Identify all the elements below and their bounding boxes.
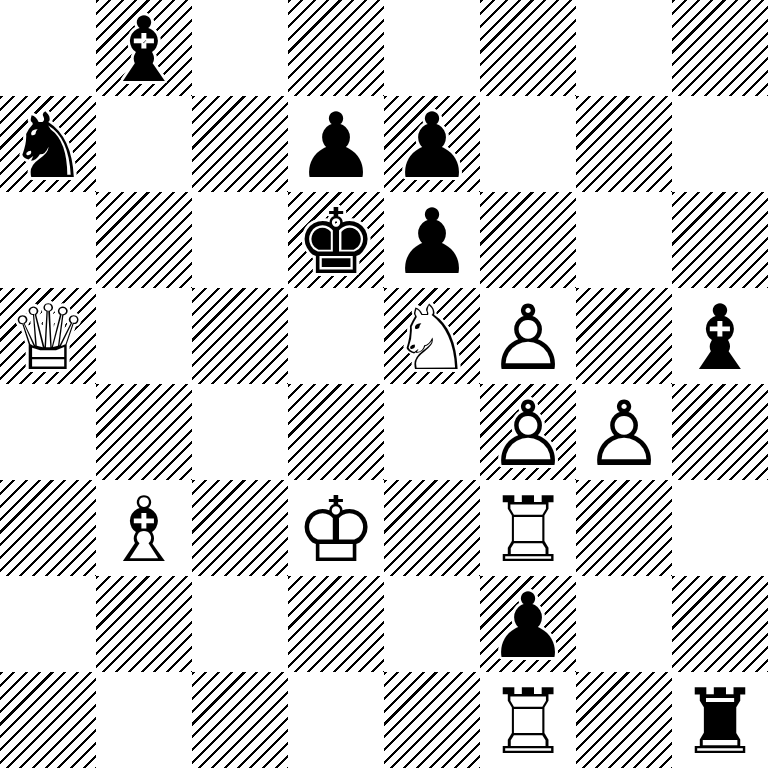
square-g7[interactable] bbox=[576, 96, 672, 192]
black-king-glyph-icon: ♚ bbox=[288, 192, 384, 288]
piece-white-pawn-f5[interactable]: ♟♙ bbox=[480, 288, 576, 384]
square-e1[interactable] bbox=[384, 672, 480, 768]
square-a2[interactable] bbox=[0, 576, 96, 672]
black-knight-glyph-icon: ♞ bbox=[0, 96, 96, 192]
piece-black-pawn-e7[interactable]: ♟♟ bbox=[384, 96, 480, 192]
piece-white-knight-e5[interactable]: ♞♘ bbox=[384, 288, 480, 384]
piece-white-bishop-b3[interactable]: ♝♗ bbox=[96, 480, 192, 576]
square-a4[interactable] bbox=[0, 384, 96, 480]
white-pawn-glyph-icon: ♙ bbox=[480, 384, 576, 480]
square-h4[interactable] bbox=[672, 384, 768, 480]
piece-black-knight-a7[interactable]: ♞♞ bbox=[0, 96, 96, 192]
piece-white-pawn-g4[interactable]: ♟♙ bbox=[576, 384, 672, 480]
black-pawn-glyph-icon: ♟ bbox=[384, 96, 480, 192]
black-bishop-glyph-icon: ♝ bbox=[672, 288, 768, 384]
square-d4[interactable] bbox=[288, 384, 384, 480]
square-g2[interactable] bbox=[576, 576, 672, 672]
black-rook-glyph-icon: ♜ bbox=[672, 672, 768, 768]
piece-black-pawn-f2[interactable]: ♟♟ bbox=[480, 576, 576, 672]
piece-black-pawn-d7[interactable]: ♟♟ bbox=[288, 96, 384, 192]
square-b2[interactable] bbox=[96, 576, 192, 672]
square-e4[interactable] bbox=[384, 384, 480, 480]
square-a5[interactable]: ♛♕ bbox=[0, 288, 96, 384]
square-f6[interactable] bbox=[480, 192, 576, 288]
square-d8[interactable] bbox=[288, 0, 384, 96]
piece-white-rook-f3[interactable]: ♜♖ bbox=[480, 480, 576, 576]
square-a8[interactable] bbox=[0, 0, 96, 96]
square-c6[interactable] bbox=[192, 192, 288, 288]
square-c8[interactable] bbox=[192, 0, 288, 96]
square-f3[interactable]: ♜♖ bbox=[480, 480, 576, 576]
square-h7[interactable] bbox=[672, 96, 768, 192]
square-b6[interactable] bbox=[96, 192, 192, 288]
square-b3[interactable]: ♝♗ bbox=[96, 480, 192, 576]
square-e2[interactable] bbox=[384, 576, 480, 672]
square-d2[interactable] bbox=[288, 576, 384, 672]
square-f2[interactable]: ♟♟ bbox=[480, 576, 576, 672]
square-h2[interactable] bbox=[672, 576, 768, 672]
black-bishop-glyph-icon: ♝ bbox=[96, 0, 192, 96]
square-g6[interactable] bbox=[576, 192, 672, 288]
piece-black-rook-h1[interactable]: ♜♜ bbox=[672, 672, 768, 768]
white-bishop-glyph-icon: ♗ bbox=[96, 480, 192, 576]
black-pawn-glyph-icon: ♟ bbox=[384, 192, 480, 288]
square-h8[interactable] bbox=[672, 0, 768, 96]
white-pawn-glyph-icon: ♙ bbox=[576, 384, 672, 480]
square-d5[interactable] bbox=[288, 288, 384, 384]
piece-black-bishop-h5[interactable]: ♝♝ bbox=[672, 288, 768, 384]
black-pawn-glyph-icon: ♟ bbox=[288, 96, 384, 192]
square-c7[interactable] bbox=[192, 96, 288, 192]
square-d1[interactable] bbox=[288, 672, 384, 768]
square-a3[interactable] bbox=[0, 480, 96, 576]
square-g3[interactable] bbox=[576, 480, 672, 576]
square-f8[interactable] bbox=[480, 0, 576, 96]
square-f1[interactable]: ♜♖ bbox=[480, 672, 576, 768]
white-queen-glyph-icon: ♕ bbox=[0, 288, 96, 384]
square-f7[interactable] bbox=[480, 96, 576, 192]
square-g5[interactable] bbox=[576, 288, 672, 384]
white-knight-glyph-icon: ♘ bbox=[384, 288, 480, 384]
square-d3[interactable]: ♚♔ bbox=[288, 480, 384, 576]
piece-black-pawn-e6[interactable]: ♟♟ bbox=[384, 192, 480, 288]
piece-black-king-d6[interactable]: ♚♚ bbox=[288, 192, 384, 288]
piece-white-pawn-f4[interactable]: ♟♙ bbox=[480, 384, 576, 480]
square-b8[interactable]: ♝♝ bbox=[96, 0, 192, 96]
square-f4[interactable]: ♟♙ bbox=[480, 384, 576, 480]
piece-black-bishop-b8[interactable]: ♝♝ bbox=[96, 0, 192, 96]
square-a7[interactable]: ♞♞ bbox=[0, 96, 96, 192]
square-c4[interactable] bbox=[192, 384, 288, 480]
square-b1[interactable] bbox=[96, 672, 192, 768]
square-c5[interactable] bbox=[192, 288, 288, 384]
square-h6[interactable] bbox=[672, 192, 768, 288]
piece-white-king-d3[interactable]: ♚♔ bbox=[288, 480, 384, 576]
piece-white-queen-a5[interactable]: ♛♕ bbox=[0, 288, 96, 384]
square-h1[interactable]: ♜♜ bbox=[672, 672, 768, 768]
piece-white-rook-f1[interactable]: ♜♖ bbox=[480, 672, 576, 768]
square-d6[interactable]: ♚♚ bbox=[288, 192, 384, 288]
square-b4[interactable] bbox=[96, 384, 192, 480]
square-e8[interactable] bbox=[384, 0, 480, 96]
square-e7[interactable]: ♟♟ bbox=[384, 96, 480, 192]
square-h3[interactable] bbox=[672, 480, 768, 576]
white-rook-glyph-icon: ♖ bbox=[480, 672, 576, 768]
square-b7[interactable] bbox=[96, 96, 192, 192]
square-c2[interactable] bbox=[192, 576, 288, 672]
square-a1[interactable] bbox=[0, 672, 96, 768]
white-pawn-glyph-icon: ♙ bbox=[480, 288, 576, 384]
square-e3[interactable] bbox=[384, 480, 480, 576]
square-g4[interactable]: ♟♙ bbox=[576, 384, 672, 480]
square-f5[interactable]: ♟♙ bbox=[480, 288, 576, 384]
square-a6[interactable] bbox=[0, 192, 96, 288]
square-e5[interactable]: ♞♘ bbox=[384, 288, 480, 384]
square-g8[interactable] bbox=[576, 0, 672, 96]
black-pawn-glyph-icon: ♟ bbox=[480, 576, 576, 672]
square-c1[interactable] bbox=[192, 672, 288, 768]
square-e6[interactable]: ♟♟ bbox=[384, 192, 480, 288]
white-king-glyph-icon: ♔ bbox=[288, 480, 384, 576]
square-d7[interactable]: ♟♟ bbox=[288, 96, 384, 192]
square-h5[interactable]: ♝♝ bbox=[672, 288, 768, 384]
square-c3[interactable] bbox=[192, 480, 288, 576]
white-rook-glyph-icon: ♖ bbox=[480, 480, 576, 576]
square-g1[interactable] bbox=[576, 672, 672, 768]
square-b5[interactable] bbox=[96, 288, 192, 384]
chess-board: ♝♝♞♞♟♟♟♟♚♚♟♟♛♕♞♘♟♙♝♝♟♙♟♙♝♗♚♔♜♖♟♟♜♖♜♜ bbox=[0, 0, 768, 768]
